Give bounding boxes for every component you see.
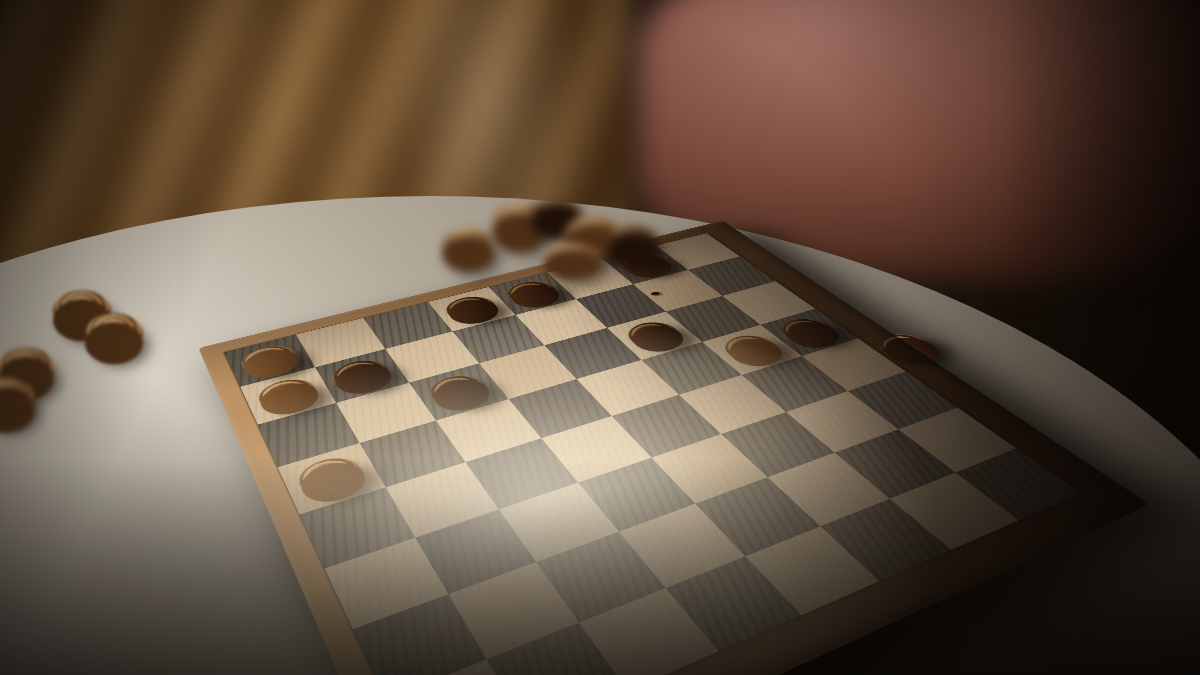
photo-scene: [0, 0, 1200, 675]
scattered-piece[interactable]: [85, 313, 143, 355]
scattered-piece[interactable]: [544, 243, 600, 273]
checker-piece[interactable]: [620, 318, 689, 353]
scattered-piece[interactable]: [442, 228, 494, 264]
scattered-piece[interactable]: [608, 225, 658, 259]
